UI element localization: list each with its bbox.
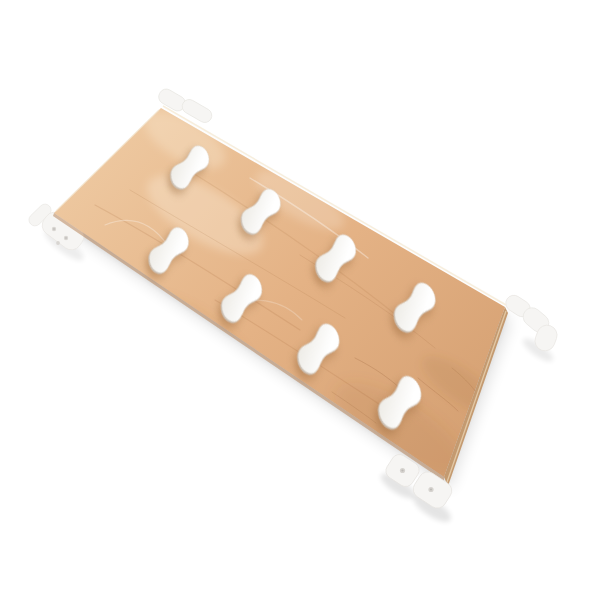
climbing-peg — [372, 368, 428, 437]
screw-center — [430, 488, 432, 490]
scene — [0, 0, 600, 600]
corner-hook-right — [503, 292, 560, 365]
climbing-peg — [310, 227, 362, 289]
bone-shape — [294, 319, 344, 379]
bone-shape — [167, 141, 213, 193]
bone-shape — [390, 278, 439, 337]
climbing-peg — [292, 316, 346, 382]
screw-center — [53, 228, 55, 230]
climbing-peg — [165, 139, 215, 196]
wood-knot-speck — [414, 230, 417, 233]
bone-shape — [218, 269, 266, 327]
screw-icon — [56, 241, 60, 245]
bone-shape — [238, 184, 285, 238]
climbing-peg — [236, 182, 287, 241]
climbing-peg — [143, 220, 194, 280]
screw-center — [65, 237, 67, 239]
climbing-peg — [215, 267, 268, 330]
bone-shape — [312, 230, 360, 286]
screw-center — [401, 469, 403, 471]
climbing-peg — [388, 275, 442, 340]
bone-shape — [375, 371, 426, 434]
bone-shape — [146, 223, 193, 278]
